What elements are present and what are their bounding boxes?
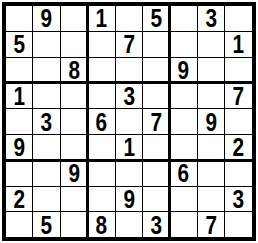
cell-r9c5[interactable] xyxy=(116,212,142,237)
cell-r9c3[interactable] xyxy=(61,212,87,237)
cell-r6c6[interactable] xyxy=(143,135,169,160)
cell-r6c4[interactable] xyxy=(88,135,114,160)
cell-r1c4: 1 xyxy=(88,6,114,31)
cell-r6c9: 2 xyxy=(225,135,251,160)
cell-r2c8[interactable] xyxy=(198,32,224,57)
cell-r6c2[interactable] xyxy=(33,135,59,160)
cell-r5c1[interactable] xyxy=(6,109,32,134)
given-digit: 9 xyxy=(178,58,190,82)
cell-r4c2[interactable] xyxy=(33,83,59,108)
cell-r5c9[interactable] xyxy=(225,109,251,134)
cell-r8c7[interactable] xyxy=(170,187,196,212)
cell-r1c6: 5 xyxy=(143,6,169,31)
given-digit: 7 xyxy=(205,213,217,237)
cell-r4c8[interactable] xyxy=(198,83,224,108)
cell-r3c7: 9 xyxy=(170,58,196,83)
cell-r3c2[interactable] xyxy=(33,58,59,83)
given-digit: 3 xyxy=(233,187,245,211)
sudoku-puzzle: 9153571891373679912962935837 xyxy=(0,0,258,241)
cell-r7c7: 6 xyxy=(170,161,196,186)
given-digit: 3 xyxy=(150,213,162,237)
cell-r2c1: 5 xyxy=(6,32,32,57)
cell-r8c1: 2 xyxy=(6,187,32,212)
given-digit: 3 xyxy=(41,110,53,134)
cell-r1c5[interactable] xyxy=(116,6,142,31)
given-digit: 5 xyxy=(13,32,25,56)
cell-r5c5[interactable] xyxy=(116,109,142,134)
given-digit: 7 xyxy=(150,110,162,134)
given-digit: 7 xyxy=(123,32,135,56)
given-digit: 7 xyxy=(233,84,245,108)
cell-r9c4: 8 xyxy=(88,212,114,237)
cell-r8c8[interactable] xyxy=(198,187,224,212)
given-digit: 3 xyxy=(205,6,217,30)
given-digit: 2 xyxy=(13,187,25,211)
given-digit: 9 xyxy=(41,6,53,30)
given-digit: 1 xyxy=(96,6,108,30)
given-digit: 9 xyxy=(123,187,135,211)
given-digit: 1 xyxy=(123,135,135,159)
cell-r8c5: 9 xyxy=(116,187,142,212)
cell-r5c2: 3 xyxy=(33,109,59,134)
cell-r1c7[interactable] xyxy=(170,6,196,31)
cell-r2c9: 1 xyxy=(225,32,251,57)
given-digit: 1 xyxy=(13,84,25,108)
cell-r7c5[interactable] xyxy=(116,161,142,186)
given-digit: 3 xyxy=(123,84,135,108)
cell-r4c5: 3 xyxy=(116,83,142,108)
cell-r2c7[interactable] xyxy=(170,32,196,57)
cell-r5c7[interactable] xyxy=(170,109,196,134)
cell-r3c5[interactable] xyxy=(116,58,142,83)
cell-r6c5: 1 xyxy=(116,135,142,160)
given-digit: 8 xyxy=(96,213,108,237)
cell-r7c1[interactable] xyxy=(6,161,32,186)
cell-r4c7[interactable] xyxy=(170,83,196,108)
cell-r7c2[interactable] xyxy=(33,161,59,186)
given-digit: 9 xyxy=(205,110,217,134)
cell-r8c6[interactable] xyxy=(143,187,169,212)
given-digit: 1 xyxy=(233,32,245,56)
cell-r6c3[interactable] xyxy=(61,135,87,160)
cell-r5c4: 6 xyxy=(88,109,114,134)
cell-r8c9: 3 xyxy=(225,187,251,212)
cell-r2c4[interactable] xyxy=(88,32,114,57)
sudoku-grid: 9153571891373679912962935837 xyxy=(2,2,256,241)
given-digit: 9 xyxy=(68,161,80,185)
cell-r9c2: 5 xyxy=(33,212,59,237)
given-digit: 5 xyxy=(150,6,162,30)
cell-r7c4[interactable] xyxy=(88,161,114,186)
given-digit: 9 xyxy=(13,135,25,159)
cell-r1c1[interactable] xyxy=(6,6,32,31)
cell-r1c9[interactable] xyxy=(225,6,251,31)
cell-r9c7[interactable] xyxy=(170,212,196,237)
cell-r7c6[interactable] xyxy=(143,161,169,186)
cell-r1c3[interactable] xyxy=(61,6,87,31)
cell-r4c9: 7 xyxy=(225,83,251,108)
cell-r2c3[interactable] xyxy=(61,32,87,57)
cell-r4c6[interactable] xyxy=(143,83,169,108)
cell-r5c8: 9 xyxy=(198,109,224,134)
cell-r2c6[interactable] xyxy=(143,32,169,57)
cell-r2c2[interactable] xyxy=(33,32,59,57)
given-digit: 5 xyxy=(41,213,53,237)
cell-r1c8: 3 xyxy=(198,6,224,31)
cell-r3c8[interactable] xyxy=(198,58,224,83)
given-digit: 8 xyxy=(68,58,80,82)
cell-r9c1[interactable] xyxy=(6,212,32,237)
cell-r2c5: 7 xyxy=(116,32,142,57)
cell-r1c2: 9 xyxy=(33,6,59,31)
cell-r8c4[interactable] xyxy=(88,187,114,212)
cell-r3c1[interactable] xyxy=(6,58,32,83)
cell-r7c9[interactable] xyxy=(225,161,251,186)
cell-r9c9[interactable] xyxy=(225,212,251,237)
cell-r7c3: 9 xyxy=(61,161,87,186)
cell-r6c1: 9 xyxy=(6,135,32,160)
cell-r8c2[interactable] xyxy=(33,187,59,212)
cell-r9c6: 3 xyxy=(143,212,169,237)
cell-r9c8: 7 xyxy=(198,212,224,237)
cell-r4c4[interactable] xyxy=(88,83,114,108)
given-digit: 6 xyxy=(178,161,190,185)
cell-r7c8[interactable] xyxy=(198,161,224,186)
cell-r8c3[interactable] xyxy=(61,187,87,212)
cell-r3c9[interactable] xyxy=(225,58,251,83)
given-digit: 6 xyxy=(96,110,108,134)
cell-r5c3[interactable] xyxy=(61,109,87,134)
cell-r3c6[interactable] xyxy=(143,58,169,83)
cell-r6c8[interactable] xyxy=(198,135,224,160)
cell-r3c4[interactable] xyxy=(88,58,114,83)
cell-r6c7[interactable] xyxy=(170,135,196,160)
cell-r5c6: 7 xyxy=(143,109,169,134)
cell-r3c3: 8 xyxy=(61,58,87,83)
given-digit: 2 xyxy=(233,135,245,159)
cell-r4c3[interactable] xyxy=(61,83,87,108)
cell-r4c1: 1 xyxy=(6,83,32,108)
